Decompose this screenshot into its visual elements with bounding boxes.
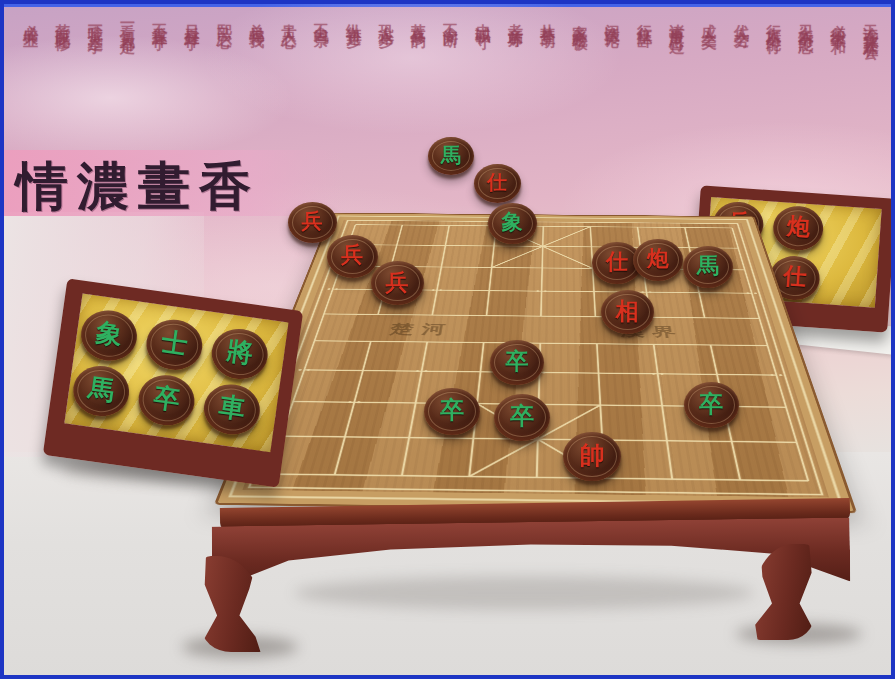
calligraphy-column: 熙己之心 — [216, 12, 233, 24]
river-text-left: 楚河 — [387, 321, 454, 337]
calligraphy-column: 忠诚职守 — [474, 12, 491, 24]
calligraphy-column: 代人之劳 — [733, 12, 750, 24]
piece-character: 馬 — [697, 251, 719, 281]
piece-character: 仕 — [487, 169, 507, 196]
piece-character: 卒 — [699, 388, 723, 420]
calligraphy-column: 贵人之心 — [281, 12, 298, 24]
drawer-piece-士[interactable]: 士 — [143, 316, 205, 373]
calligraphy-column: 行住坐卧 — [636, 12, 653, 24]
piece-character: 相 — [616, 296, 639, 327]
piece-character: 兵 — [386, 267, 409, 298]
calligraphy-column: 不令间断 — [442, 12, 459, 24]
calligraphy-column: 闲谈莫论 — [604, 12, 621, 24]
xiangqi-piece-馬[interactable]: 馬 — [683, 246, 733, 288]
calligraphy-column: 若能以此修 — [54, 12, 71, 27]
piece-character: 卒 — [440, 394, 464, 426]
left-drawer-silk: 象士將馬卒車 — [64, 294, 288, 453]
calligraphy-column: 孝亲尊师 — [507, 12, 524, 24]
calligraphy-column: 家务必吃饭 — [571, 12, 588, 27]
xiangqi-piece-兵[interactable]: 兵 — [371, 261, 424, 305]
piece-character: 炮 — [786, 210, 811, 243]
piece-character: 象 — [502, 208, 523, 236]
calligraphy-column: 不看坏样子 — [151, 12, 168, 27]
piece-character: 卒 — [510, 400, 534, 432]
calligraphy-column: 恐人退步 — [377, 12, 394, 24]
xiangqi-piece-帥[interactable]: 帥 — [563, 432, 621, 481]
xiangqi-piece-象[interactable]: 象 — [488, 203, 537, 244]
drawer-piece-炮[interactable]: 炮 — [772, 204, 825, 251]
piece-character: 帥 — [580, 439, 605, 472]
xiangqi-piece-相[interactable]: 相 — [601, 290, 654, 334]
calligraphy-column: 不自鸣奈 — [313, 12, 330, 24]
drawer-piece-卒[interactable]: 卒 — [135, 371, 197, 428]
calligraphy-column: 无论在家还是在公 — [862, 12, 879, 36]
poster-title: 情濃畫香 — [16, 152, 260, 222]
calligraphy-column: 必成大业 — [22, 12, 39, 24]
xiangqi-piece-卒[interactable]: 卒 — [490, 340, 544, 385]
piece-character: 炮 — [647, 244, 669, 274]
drawer-piece-將[interactable]: 將 — [209, 325, 271, 382]
calligraphy-column: 行人所不能行 — [765, 12, 782, 30]
product-photo-scene: 必成大业若能以此修唯我一人是学看一切人都是不看坏样子只看好样子熙己之心总觉得我贵… — [0, 0, 895, 679]
piece-character: 卒 — [151, 380, 182, 418]
xiangqi-piece-炮[interactable]: 炮 — [633, 239, 683, 281]
piece-character: 將 — [225, 333, 256, 371]
left-piece-drawer[interactable]: 象士將馬卒車 — [43, 278, 303, 487]
calligraphy-column: 看一切人都是 — [119, 12, 136, 30]
piece-character: 卒 — [506, 346, 529, 377]
xiangqi-piece-卒[interactable]: 卒 — [424, 388, 480, 435]
calligraphy-column: 诸事常思己过 — [668, 12, 685, 30]
calligraphy-column: 纵有进步 — [345, 12, 362, 24]
xiangqi-piece-仕[interactable]: 仕 — [474, 164, 521, 203]
calligraphy-column: 成人之美 — [701, 12, 718, 24]
calligraphy-column: 总觉得我 — [248, 12, 265, 24]
drawer-piece-馬[interactable]: 馬 — [70, 362, 132, 419]
piece-character: 兵 — [302, 207, 323, 235]
calligraphy-column: 只看好样子 — [184, 12, 201, 27]
piece-character: 馬 — [441, 142, 461, 169]
xiangqi-piece-卒[interactable]: 卒 — [684, 382, 739, 428]
piece-character: 象 — [94, 315, 125, 353]
calligraphy-column: 忍人所不能忍 — [798, 12, 815, 30]
xiangqi-piece-兵[interactable]: 兵 — [288, 202, 337, 243]
piece-character: 士 — [159, 324, 190, 362]
piece-character: 仕 — [606, 247, 628, 277]
piece-character: 兵 — [341, 240, 363, 270]
xiangqi-piece-卒[interactable]: 卒 — [494, 394, 550, 441]
xiangqi-piece-馬[interactable]: 馬 — [428, 137, 474, 175]
calligraphy-column: 从謩至胡 — [539, 12, 556, 24]
piece-character: 車 — [217, 389, 248, 427]
calligraphy-column: 必须上敬下和 — [830, 12, 847, 30]
piece-character: 馬 — [86, 370, 117, 408]
drawer-piece-車[interactable]: 車 — [201, 380, 263, 437]
xiangqi-piece-兵[interactable]: 兵 — [327, 235, 378, 278]
piece-character: 仕 — [782, 260, 807, 293]
drawer-piece-象[interactable]: 象 — [78, 306, 140, 363]
calligraphy-column: 若真修的 — [410, 12, 427, 24]
table-shadow — [294, 576, 754, 610]
calligraphy-column: 唯我一人是学 — [87, 12, 104, 30]
